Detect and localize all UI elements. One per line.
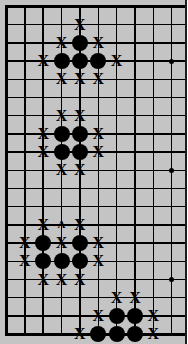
black-stone xyxy=(72,126,88,142)
go-diagram-window: XXXXXXXXXXXXXXXXXAXXXXXXXXXXXXXXX xyxy=(0,0,187,344)
liberty-mark-x: X xyxy=(37,217,49,233)
grid-line-h xyxy=(5,206,187,208)
liberty-mark-x: X xyxy=(129,289,141,305)
liberty-mark-x: X xyxy=(92,308,104,324)
grid-line-h xyxy=(5,188,187,190)
black-stone xyxy=(54,253,70,269)
liberty-mark-x: X xyxy=(19,235,31,251)
black-stone xyxy=(72,235,88,251)
liberty-mark-x: X xyxy=(74,326,86,342)
liberty-mark-x: X xyxy=(37,126,49,142)
liberty-mark-x: X xyxy=(37,271,49,287)
black-stone xyxy=(35,235,51,251)
star-point xyxy=(169,59,174,64)
liberty-mark-x: X xyxy=(56,107,68,123)
black-stone xyxy=(54,126,70,142)
grid-line-v xyxy=(134,5,136,336)
liberty-mark-x: X xyxy=(148,326,160,342)
grid-line-h xyxy=(5,224,187,226)
liberty-mark-x: X xyxy=(111,53,123,69)
liberty-mark-x: X xyxy=(92,253,104,269)
black-stone xyxy=(54,53,70,69)
black-stone xyxy=(90,53,106,69)
point-label-a: A xyxy=(58,219,66,230)
black-stone xyxy=(127,308,143,324)
window-right-edge xyxy=(185,0,188,344)
black-stone xyxy=(90,326,106,342)
star-point xyxy=(169,277,174,282)
liberty-mark-x: X xyxy=(56,271,68,287)
grid-line-h xyxy=(5,5,187,8)
grid-line-v xyxy=(153,5,155,336)
grid-line-v xyxy=(5,5,8,336)
black-stone xyxy=(35,253,51,269)
liberty-mark-x: X xyxy=(37,53,49,69)
black-stone xyxy=(109,308,125,324)
grid-line-h xyxy=(5,97,187,99)
grid-line-v xyxy=(24,5,26,336)
black-stone xyxy=(72,53,88,69)
black-stone xyxy=(109,326,125,342)
liberty-mark-x: X xyxy=(111,289,123,305)
go-board[interactable]: XXXXXXXXXXXXXXXXXAXXXXXXXXXXXXXXX xyxy=(0,0,187,344)
liberty-mark-x: X xyxy=(19,253,31,269)
liberty-mark-x: X xyxy=(92,126,104,142)
liberty-mark-x: X xyxy=(74,162,86,178)
liberty-mark-x: X xyxy=(74,71,86,87)
black-stone xyxy=(72,253,88,269)
black-stone xyxy=(54,144,70,160)
liberty-mark-x: X xyxy=(92,71,104,87)
liberty-mark-x: X xyxy=(56,235,68,251)
liberty-mark-x: X xyxy=(74,107,86,123)
liberty-mark-x: X xyxy=(74,16,86,32)
liberty-mark-x: X xyxy=(74,271,86,287)
liberty-mark-x: X xyxy=(56,162,68,178)
grid-line-h xyxy=(5,170,187,172)
liberty-mark-x: X xyxy=(56,35,68,51)
liberty-mark-x: X xyxy=(74,217,86,233)
black-stone xyxy=(72,35,88,51)
star-point xyxy=(169,168,174,173)
grid-line-h xyxy=(5,297,187,299)
liberty-mark-x: X xyxy=(92,144,104,160)
liberty-mark-x: X xyxy=(37,144,49,160)
liberty-mark-x: X xyxy=(148,308,160,324)
grid-line-h xyxy=(5,279,187,281)
liberty-mark-x: X xyxy=(56,71,68,87)
black-stone xyxy=(72,144,88,160)
black-stone xyxy=(127,326,143,342)
liberty-mark-x: X xyxy=(92,235,104,251)
grid-line-h xyxy=(5,115,187,117)
grid-line-h xyxy=(5,24,187,26)
liberty-mark-x: X xyxy=(92,35,104,51)
